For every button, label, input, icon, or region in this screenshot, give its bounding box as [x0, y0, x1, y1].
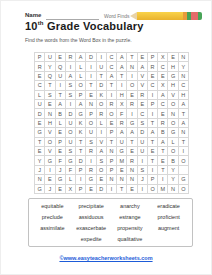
worksheet-page: Name Word Finds 10th Grade Vocabulary Fi…	[0, 0, 212, 275]
grid-cell: V	[168, 91, 178, 100]
grid-cell: O	[45, 138, 55, 147]
grid-cell: G	[45, 156, 55, 165]
grid-cell: T	[97, 72, 107, 81]
grid-cell: P	[148, 100, 158, 109]
grid-cell: T	[148, 138, 158, 147]
grid-cell: R	[127, 156, 137, 165]
grid-cell: T	[158, 166, 168, 175]
grid-cell: J	[138, 175, 148, 184]
grid-cell: I	[97, 53, 107, 62]
grid-cell: N	[179, 53, 189, 62]
grid-cell: O	[168, 147, 178, 156]
grid-cell: V	[138, 72, 148, 81]
grid-cell: G	[86, 175, 96, 184]
grid-cell: T	[148, 156, 158, 165]
grid-cell: A	[117, 53, 127, 62]
grid-cell: P	[56, 138, 66, 147]
grid-cell: S	[66, 81, 76, 90]
grid-cell: X	[158, 81, 168, 90]
grid-cell: G	[127, 119, 137, 128]
pencil-cap	[198, 12, 202, 20]
grid-cell: A	[158, 138, 168, 147]
grid-cell: C	[107, 53, 117, 62]
grid-cell: T	[127, 138, 137, 147]
word-box-word: assiduous	[79, 214, 104, 220]
grid-cell: D	[86, 53, 96, 62]
grid-cell	[179, 166, 189, 175]
word-box-word: equitable	[41, 203, 63, 209]
grid-cell: X	[66, 185, 76, 194]
grid-cell: O	[179, 185, 189, 194]
pencil-body	[137, 12, 183, 20]
grid-cell: Q	[45, 72, 55, 81]
grid-cell: G	[35, 128, 45, 137]
grid-cell: U	[56, 72, 66, 81]
grid-cell: S	[86, 138, 96, 147]
grid-cell: A	[127, 128, 137, 137]
grid-cell: B	[158, 128, 168, 137]
grid-cell: O	[66, 128, 76, 137]
grid-cell: A	[158, 91, 168, 100]
grid-cell: U	[97, 62, 107, 71]
grid-cell: D	[76, 156, 86, 165]
grid-cell: O	[76, 81, 86, 90]
grid-cell: A	[66, 72, 76, 81]
grid-cell: S	[138, 119, 148, 128]
word-box-word: propensity	[117, 225, 142, 231]
grid-cell: E	[138, 53, 148, 62]
grid-cell: N	[179, 128, 189, 137]
grid-cell: R	[107, 100, 117, 109]
grid-cell: B	[168, 156, 178, 165]
grid-cell: K	[97, 91, 107, 100]
grid-cell: D	[66, 109, 76, 118]
grid-cell: M	[117, 156, 127, 165]
grid-cell: C	[158, 62, 168, 71]
grid-cell: Q	[56, 62, 66, 71]
grid-cell: R	[97, 109, 107, 118]
grid-cell: X	[158, 53, 168, 62]
grid-cell: R	[35, 62, 45, 71]
grid-cell: A	[138, 62, 148, 71]
grid-cell: C	[35, 81, 45, 90]
grid-cell: T	[117, 72, 127, 81]
grid-cell: P	[148, 175, 158, 184]
grid-cell: P	[107, 128, 117, 137]
pencil-icon	[130, 12, 202, 20]
grid-cell: R	[86, 166, 96, 175]
grid-cell: A	[179, 100, 189, 109]
grid-cell: O	[148, 185, 158, 194]
grid-cell: M	[158, 185, 168, 194]
grid-cell: N	[45, 109, 55, 118]
grid-cell: S	[45, 91, 55, 100]
grid-cell: I	[127, 72, 137, 81]
grid-cell: O	[107, 109, 117, 118]
grid-cell: H	[168, 62, 178, 71]
grid-cell: T	[35, 138, 45, 147]
grid-cell: I	[158, 175, 168, 184]
grid-cell: C	[107, 62, 117, 71]
grid-cell: P	[35, 53, 45, 62]
grid-cell: O	[168, 119, 178, 128]
word-box: equitableprecipitateanarchyeradicateprec…	[28, 198, 193, 247]
grid-cell: T	[127, 53, 137, 62]
grid-cell: I	[45, 166, 55, 175]
grid-cell: A	[117, 128, 127, 137]
grid-cell: G	[35, 185, 45, 194]
grid-cell: S	[97, 156, 107, 165]
grid-cell: A	[56, 100, 66, 109]
grid-cell: U	[86, 128, 96, 137]
grid-cell: F	[66, 166, 76, 175]
grid-cell: P	[148, 53, 158, 62]
grid-cell: T	[56, 91, 66, 100]
grid-cell: P	[76, 91, 86, 100]
grid-cell: D	[35, 109, 45, 118]
footer-link[interactable]: ©www.easyteacherworksheets.com	[1, 255, 211, 261]
grid-cell: C	[138, 109, 148, 118]
grid-cell: V	[97, 138, 107, 147]
grid-cell: E	[35, 119, 45, 128]
grid-cell: E	[117, 166, 127, 175]
word-box-word: eradicate	[157, 203, 180, 209]
pencil-eraser	[191, 12, 198, 20]
grid-cell: R	[66, 53, 76, 62]
page-title: 10th Grade Vocabulary	[25, 20, 144, 32]
grid-cell: E	[56, 185, 66, 194]
grid-cell: G	[168, 128, 178, 137]
grid-cell: A	[107, 72, 117, 81]
grid-cell: O	[179, 156, 189, 165]
grid-cell: K	[76, 128, 86, 137]
grid-cell: U	[66, 138, 76, 147]
grid-cell: I	[117, 81, 127, 90]
grid-cell: E	[45, 100, 55, 109]
grid-cell: P	[76, 166, 86, 175]
grid-cell: T	[76, 138, 86, 147]
grid-cell: U	[66, 119, 76, 128]
grid-cell: N	[35, 175, 45, 184]
grid-cell: T	[76, 147, 86, 156]
grid-cell: I	[86, 156, 96, 165]
grid-cell: L	[35, 91, 45, 100]
grid-cell: I	[66, 100, 76, 109]
grid-cell: N	[168, 185, 178, 194]
grid-cell: N	[127, 166, 137, 175]
grid-cell: E	[107, 119, 117, 128]
grid-cell: T	[117, 185, 127, 194]
grid-cell: P	[107, 166, 117, 175]
grid-cell: E	[56, 53, 66, 62]
grid-cell: G	[56, 175, 66, 184]
grid-cell: G	[76, 109, 86, 118]
grid-cell: S	[138, 166, 148, 175]
grid-cell: O	[86, 119, 96, 128]
grid-cell: O	[97, 166, 107, 175]
grid-cell: T	[158, 147, 168, 156]
grid-cell: I	[107, 185, 117, 194]
worksheet-type-label: Word Finds	[104, 13, 129, 19]
pencil-tip	[130, 12, 137, 20]
grid-cell: L	[66, 175, 76, 184]
grid-cell: I	[148, 91, 158, 100]
grid-cell: E	[138, 100, 148, 109]
grid-cell: O	[127, 81, 137, 90]
grid-cell: D	[97, 81, 107, 90]
grid-cell: C	[158, 100, 168, 109]
grid-cell: R	[86, 147, 96, 156]
grid-cell: J	[56, 166, 66, 175]
grid-cell: E	[35, 147, 45, 156]
grid-cell: E	[148, 72, 158, 81]
grid-cell: H	[117, 91, 127, 100]
grid-cell: E	[97, 175, 107, 184]
grid-cell: L	[76, 72, 86, 81]
grid-cell: U	[45, 53, 55, 62]
grid-cell: E	[127, 185, 137, 194]
grid-cell: I	[127, 109, 137, 118]
grid-cell: R	[117, 119, 127, 128]
grid-cell: E	[158, 109, 168, 118]
grid-cell: E	[127, 147, 137, 156]
grid-cell: E	[86, 91, 96, 100]
grid-cell: S	[66, 147, 76, 156]
grid-cell: E	[158, 156, 168, 165]
grid-cell: I	[66, 62, 76, 71]
grid-cell: U	[35, 100, 45, 109]
grid-cell: V	[45, 147, 55, 156]
grid-cell: I	[97, 128, 107, 137]
grid-cell: L	[76, 62, 86, 71]
grid-cell: F	[56, 156, 66, 165]
grid-cell: F	[117, 109, 127, 118]
grid-cell: P	[107, 156, 117, 165]
grid-cell: I	[148, 166, 158, 175]
grid-cell: T	[86, 81, 96, 90]
grid-cell: G	[66, 156, 76, 165]
word-search-grid: PUERADICATEPXENRYQILIUCANARCHYEQUALITATI…	[34, 52, 189, 194]
grid-cell: N	[107, 147, 117, 156]
grid-cell: I	[86, 62, 96, 71]
grid-cell: E	[168, 53, 178, 62]
grid-cell: T	[45, 81, 55, 90]
grid-cell: B	[56, 109, 66, 118]
grid-cell: Y	[168, 166, 178, 175]
grid-cell: U	[138, 138, 148, 147]
grid-cell: N	[117, 175, 127, 184]
grid-cell: P	[86, 109, 96, 118]
grid-cell: U	[117, 138, 127, 147]
word-box-word: proficient	[157, 214, 179, 220]
grid-cell: N	[86, 100, 96, 109]
grid-cell: U	[138, 147, 148, 156]
grid-cell: R	[127, 100, 137, 109]
grid-cell: O	[168, 100, 178, 109]
grid-cell: R	[138, 91, 148, 100]
grid-cell: E	[86, 185, 96, 194]
name-label: Name	[25, 12, 41, 18]
word-box-word: anarchy	[120, 203, 140, 209]
grid-cell: H	[45, 119, 55, 128]
grid-cell: N	[127, 62, 137, 71]
grid-cell: G	[179, 175, 189, 184]
grid-cell: E	[45, 175, 55, 184]
grid-cell: A	[117, 62, 127, 71]
grid-cell: I	[179, 147, 189, 156]
word-box-word: expedite	[81, 236, 102, 242]
grid-cell: Y	[45, 62, 55, 71]
grid-cell: E	[158, 72, 168, 81]
grid-cell: T	[107, 138, 117, 147]
grid-cell: K	[76, 119, 86, 128]
grid-cell: T	[179, 138, 189, 147]
grid-cell: E	[56, 128, 66, 137]
grid-cell: Y	[179, 62, 189, 71]
grid-cell: Y	[35, 156, 45, 165]
word-box-word: augment	[158, 225, 179, 231]
grid-cell: C	[148, 81, 158, 90]
grid-cell: V	[138, 81, 148, 90]
grid-cell: C	[179, 81, 189, 90]
grid-cell: J	[35, 166, 45, 175]
grid-cell: J	[45, 185, 55, 194]
word-box-word: estrange	[119, 214, 140, 220]
grid-cell: A	[179, 119, 189, 128]
grid-cell: I	[138, 156, 148, 165]
grid-cell: H	[168, 81, 178, 90]
grid-cell: N	[168, 109, 178, 118]
grid-cell: R	[158, 119, 168, 128]
instructions-text: Find the words from the Word Box in the …	[25, 37, 132, 43]
grid-cell: D	[97, 185, 107, 194]
grid-cell: L	[56, 119, 66, 128]
word-box-word: qualitative	[117, 236, 142, 242]
grid-cell: R	[148, 62, 158, 71]
grid-cell: L	[97, 119, 107, 128]
grid-cell: T	[107, 81, 117, 90]
grid-cell: I	[86, 72, 96, 81]
grid-cell: T	[179, 109, 189, 118]
word-box-word: preclude	[42, 214, 63, 220]
grid-cell: I	[56, 81, 66, 90]
grid-cell: A	[76, 53, 86, 62]
grid-cell: E	[127, 91, 137, 100]
grid-cell: E	[35, 72, 45, 81]
grid-cell: I	[107, 91, 117, 100]
grid-cell: L	[168, 138, 178, 147]
grid-cell: A	[148, 128, 158, 137]
name-blank-line	[46, 11, 99, 20]
word-box-word: exascerbate	[76, 225, 106, 231]
grid-cell: G	[168, 72, 178, 81]
grid-cell: N	[127, 175, 137, 184]
word-box-word: precipitate	[78, 203, 103, 209]
grid-cell: Y	[168, 175, 178, 184]
grid-cell: N	[107, 175, 117, 184]
grid-cell: E	[148, 147, 158, 156]
grid-cell: D	[138, 128, 148, 137]
grid-cell: N	[179, 72, 189, 81]
grid-cell: H	[179, 91, 189, 100]
grid-cell: S	[66, 91, 76, 100]
grid-cell: T	[148, 119, 158, 128]
grid-cell: G	[117, 147, 127, 156]
word-box-word: assimilate	[40, 225, 64, 231]
grid-cell: P	[76, 185, 86, 194]
grid-cell: I	[148, 109, 158, 118]
grid-cell: O	[97, 100, 107, 109]
grid-cell: V	[45, 128, 55, 137]
grid-cell: I	[76, 175, 86, 184]
grid-cell: A	[76, 100, 86, 109]
grid-cell: A	[97, 147, 107, 156]
grid-cell: E	[56, 147, 66, 156]
grid-cell: X	[117, 100, 127, 109]
grid-cell: I	[138, 185, 148, 194]
